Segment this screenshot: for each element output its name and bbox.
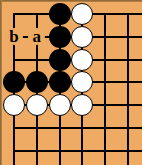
white-stone: [49, 94, 71, 116]
black-stone: [49, 26, 71, 48]
black-stone: [3, 71, 25, 93]
go-diagram: ba: [0, 0, 142, 165]
black-stone: [26, 71, 48, 93]
point-label-b: b: [9, 28, 18, 45]
label-point-a: a: [28, 28, 45, 45]
white-stone: [71, 94, 93, 116]
black-stone: [49, 3, 71, 25]
board-border-left: [0, 0, 2, 165]
black-stone: [49, 49, 71, 71]
grid-line-horizontal: [13, 150, 142, 152]
grid-line-horizontal: [13, 127, 142, 129]
white-stone: [71, 71, 93, 93]
white-stone: [3, 94, 25, 116]
white-stone: [71, 49, 93, 71]
white-stone: [71, 26, 93, 48]
white-stone: [71, 3, 93, 25]
point-label-a: a: [33, 28, 42, 45]
board-border-top: [0, 0, 142, 2]
label-point-b: b: [6, 28, 23, 45]
black-stone: [49, 71, 71, 93]
white-stone: [26, 94, 48, 116]
